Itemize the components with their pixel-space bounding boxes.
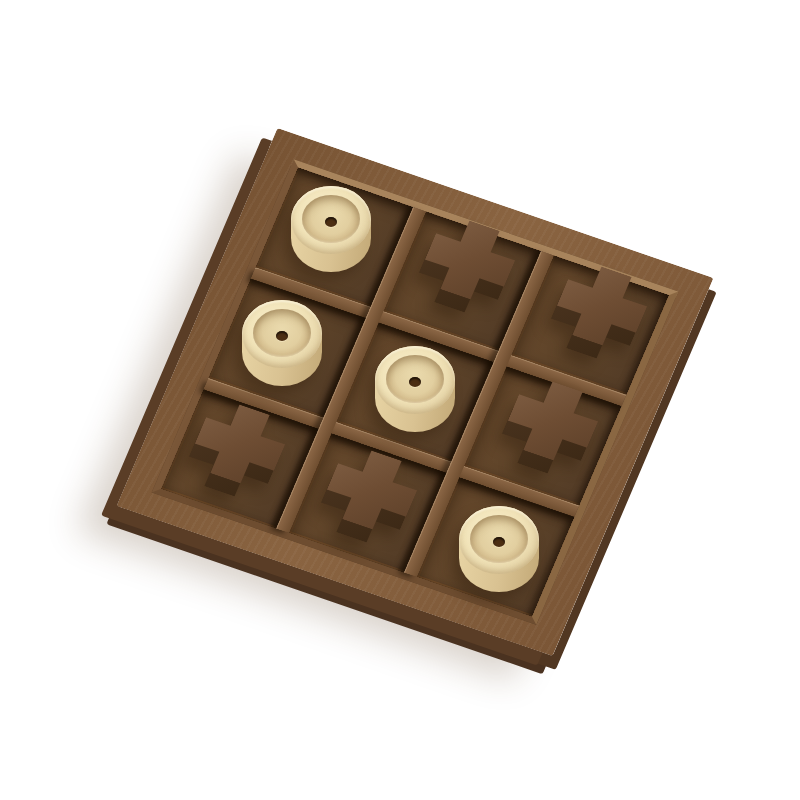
- x-piece-top-face: [186, 396, 295, 492]
- x-piece-top-face: [499, 373, 608, 469]
- piece-o-r0c0[interactable]: [291, 186, 371, 272]
- o-piece-center-hole: [409, 377, 421, 387]
- product-photo-stage: [0, 0, 800, 800]
- piece-o-r2c2[interactable]: [459, 506, 539, 592]
- piece-x-r2c0[interactable]: [194, 417, 274, 497]
- pieces-layer: [0, 0, 800, 800]
- o-piece-center-hole: [493, 537, 505, 547]
- x-piece-top-face: [318, 442, 427, 538]
- piece-x-r0c2[interactable]: [556, 279, 636, 359]
- o-piece-center-hole: [276, 331, 288, 341]
- o-piece-center-hole: [325, 217, 337, 227]
- x-piece-top-face: [416, 212, 525, 308]
- piece-x-r1c2[interactable]: [507, 394, 587, 474]
- piece-o-r1c0[interactable]: [242, 300, 322, 386]
- piece-x-r0c1[interactable]: [424, 233, 504, 313]
- x-piece-top-face: [548, 258, 657, 354]
- piece-o-r1c1[interactable]: [375, 346, 455, 432]
- piece-x-r2c1[interactable]: [326, 463, 406, 543]
